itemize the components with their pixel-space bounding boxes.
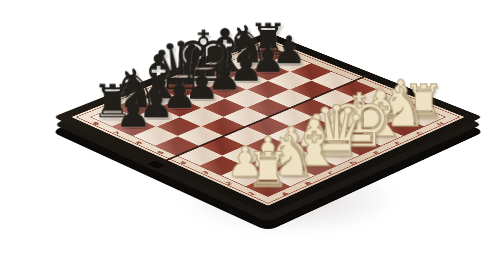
black-pawn-glyph: ♟ xyxy=(115,93,151,133)
white-rook-glyph: ♜ xyxy=(246,146,289,194)
product-photo-scene: ABCDEFGH12345678 ♜♞♝♛♚♝♞♜♟♟♟♟♟♟♟♟♟♟♟♟♟♟♟… xyxy=(0,0,500,274)
